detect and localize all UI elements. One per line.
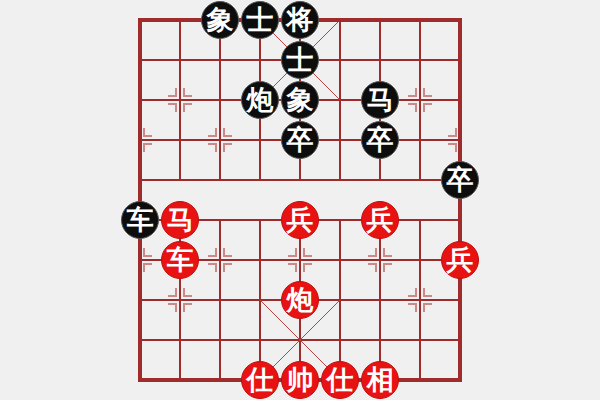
black-soldier[interactable]: 卒 (281, 121, 319, 159)
red-chariot[interactable]: 车 (161, 241, 199, 279)
black-soldier[interactable]: 卒 (361, 121, 399, 159)
red-advisor[interactable]: 仕 (241, 361, 279, 399)
red-general[interactable]: 帅 (281, 361, 319, 399)
black-elephant[interactable]: 象 (201, 1, 239, 39)
piece-layer: 象士将士炮象马卒卒卒车马兵兵车兵炮仕帅仕相 (0, 0, 600, 400)
black-general[interactable]: 将 (281, 1, 319, 39)
black-advisor[interactable]: 士 (241, 1, 279, 39)
black-soldier[interactable]: 卒 (441, 161, 479, 199)
red-cannon[interactable]: 炮 (281, 281, 319, 319)
black-elephant[interactable]: 象 (281, 81, 319, 119)
red-horse[interactable]: 马 (161, 201, 199, 239)
xiangqi-app-screen: 象士将士炮象马卒卒卒车马兵兵车兵炮仕帅仕相 (0, 0, 600, 400)
black-cannon[interactable]: 炮 (241, 81, 279, 119)
black-horse[interactable]: 马 (361, 81, 399, 119)
black-advisor[interactable]: 士 (281, 41, 319, 79)
red-advisor[interactable]: 仕 (321, 361, 359, 399)
red-soldier[interactable]: 兵 (441, 241, 479, 279)
red-soldier[interactable]: 兵 (361, 201, 399, 239)
red-soldier[interactable]: 兵 (281, 201, 319, 239)
black-chariot[interactable]: 车 (121, 201, 159, 239)
red-elephant[interactable]: 相 (361, 361, 399, 399)
